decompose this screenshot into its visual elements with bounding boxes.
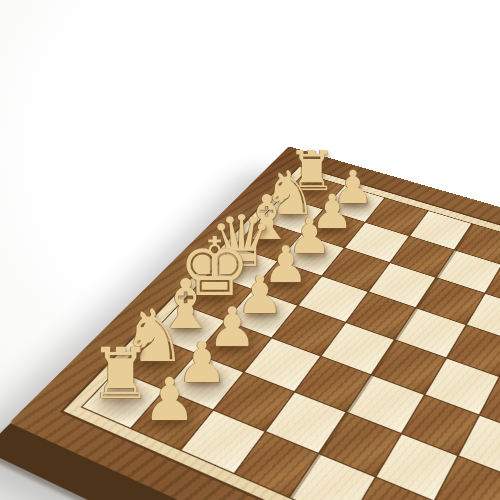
product-photo-scene: ♜♞♝♛♚♝♞♜♟♟♟♟♟♟♟♟ — [0, 0, 500, 500]
piece-white-pawn-h2[interactable]: ♟ — [143, 370, 196, 429]
